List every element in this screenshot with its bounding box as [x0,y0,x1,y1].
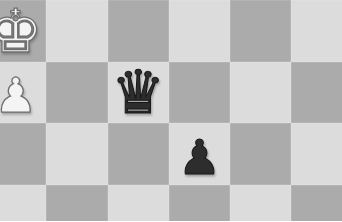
square-r0c4-dark[interactable] [230,0,291,62]
black-queen-piece[interactable]: ♛ [111,62,165,122]
square-r0c1-light[interactable] [46,0,107,62]
square-r1c0-light[interactable]: ♟ [0,62,46,124]
white-pawn-piece[interactable]: ♟ [0,65,37,119]
square-r0c5-light[interactable] [291,0,342,62]
square-r1c3-dark[interactable] [169,62,230,124]
square-r2c5-light[interactable] [291,123,342,185]
chess-board: ♚♟♛♟ [0,0,342,221]
white-king-piece[interactable]: ♚ [0,1,43,61]
square-r3c1-dark[interactable] [46,185,107,222]
square-r0c2-dark[interactable] [108,0,169,62]
square-r1c2-light[interactable]: ♛ [108,62,169,124]
square-r3c5-dark[interactable] [291,185,342,222]
square-r0c0-dark[interactable]: ♚ [0,0,46,62]
square-r0c3-light[interactable] [169,0,230,62]
square-r3c0-light[interactable] [0,185,46,222]
black-pawn-piece[interactable]: ♟ [178,127,221,181]
chessboard-viewport: ♚♟♛♟ [0,0,342,221]
square-r2c4-dark[interactable] [230,123,291,185]
square-r2c3-light[interactable]: ♟ [169,123,230,185]
square-r2c0-dark[interactable] [0,123,46,185]
square-r2c1-light[interactable] [46,123,107,185]
square-r2c2-dark[interactable] [108,123,169,185]
square-r3c4-light[interactable] [230,185,291,222]
square-r1c5-dark[interactable] [291,62,342,124]
square-r3c2-light[interactable] [108,185,169,222]
square-r3c3-dark[interactable] [169,185,230,222]
square-r1c4-light[interactable] [230,62,291,124]
square-r1c1-dark[interactable] [46,62,107,124]
